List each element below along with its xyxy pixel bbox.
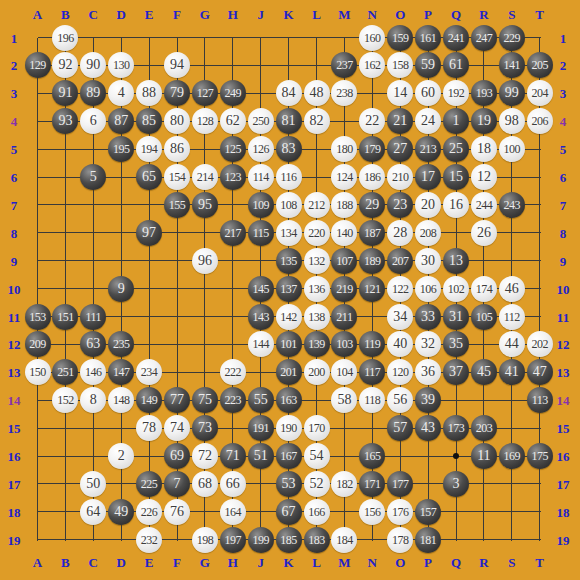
move-number: 147 (113, 366, 130, 378)
stone-N12[interactable]: 119 (359, 331, 385, 357)
col-label-top-D: D (116, 7, 125, 20)
stone-Q3[interactable]: 192 (443, 80, 469, 106)
stone-O3[interactable]: 14 (387, 80, 413, 106)
stone-G3[interactable]: 127 (192, 80, 218, 106)
stone-O1[interactable]: 159 (387, 25, 413, 51)
stone-K14[interactable]: 163 (276, 387, 302, 413)
row-label-left-7: 7 (11, 198, 18, 211)
stone-E3[interactable]: 88 (136, 80, 162, 106)
stone-B11[interactable]: 151 (52, 304, 78, 330)
stone-H19[interactable]: 197 (220, 527, 246, 553)
stone-M7[interactable]: 188 (331, 192, 357, 218)
stone-R4[interactable]: 19 (471, 108, 497, 134)
stone-S10[interactable]: 46 (499, 276, 525, 302)
move-number: 178 (392, 534, 409, 546)
stone-Q7[interactable]: 16 (443, 192, 469, 218)
stone-L9[interactable]: 132 (304, 248, 330, 274)
stone-M3[interactable]: 238 (331, 80, 357, 106)
col-label-top-C: C (89, 7, 98, 20)
stone-A11[interactable]: 153 (25, 304, 51, 330)
stone-A13[interactable]: 150 (25, 359, 51, 385)
stone-M12[interactable]: 103 (331, 331, 357, 357)
stone-R16[interactable]: 11 (471, 443, 497, 469)
stone-P12[interactable]: 32 (415, 331, 441, 357)
row-label-right-13: 13 (557, 366, 570, 379)
stone-M6[interactable]: 124 (331, 164, 357, 190)
stone-F17[interactable]: 7 (164, 471, 190, 497)
stone-Q10[interactable]: 102 (443, 276, 469, 302)
move-number: 103 (336, 338, 353, 350)
stone-P5[interactable]: 213 (415, 136, 441, 162)
stone-R13[interactable]: 45 (471, 359, 497, 385)
stone-O4[interactable]: 21 (387, 108, 413, 134)
stone-K18[interactable]: 67 (276, 499, 302, 525)
stone-E15[interactable]: 78 (136, 415, 162, 441)
stone-J12[interactable]: 144 (248, 331, 274, 357)
stone-T14[interactable]: 113 (527, 387, 553, 413)
stone-C4[interactable]: 6 (80, 108, 106, 134)
stone-P14[interactable]: 39 (415, 387, 441, 413)
stone-P18[interactable]: 157 (415, 499, 441, 525)
col-label-bottom-C: C (89, 555, 98, 568)
stone-T16[interactable]: 175 (527, 443, 553, 469)
stone-L16[interactable]: 54 (304, 443, 330, 469)
move-number: 119 (364, 338, 380, 350)
col-label-top-G: G (200, 7, 210, 20)
stone-A2[interactable]: 129 (25, 52, 51, 78)
stone-D12[interactable]: 235 (108, 331, 134, 357)
stone-P1[interactable]: 161 (415, 25, 441, 51)
stone-P8[interactable]: 208 (415, 220, 441, 246)
stone-C3[interactable]: 89 (80, 80, 106, 106)
stone-K19[interactable]: 185 (276, 527, 302, 553)
stone-J10[interactable]: 145 (248, 276, 274, 302)
stone-Q2[interactable]: 61 (443, 52, 469, 78)
stone-R11[interactable]: 105 (471, 304, 497, 330)
stone-K12[interactable]: 101 (276, 331, 302, 357)
stone-J8[interactable]: 115 (248, 220, 274, 246)
move-number: 206 (531, 115, 548, 127)
move-number: 154 (169, 171, 186, 183)
stone-N9[interactable]: 189 (359, 248, 385, 274)
move-number: 161 (420, 32, 437, 44)
stone-E18[interactable]: 226 (136, 499, 162, 525)
stone-R8[interactable]: 26 (471, 220, 497, 246)
stone-K3[interactable]: 84 (276, 80, 302, 106)
stone-L3[interactable]: 48 (304, 80, 330, 106)
go-board[interactable]: AABBCCDDEEFFGGHHJJKKLLMMNNOOPPQQRRSSTT11… (0, 0, 580, 580)
stone-K6[interactable]: 116 (276, 164, 302, 190)
stone-P10[interactable]: 106 (415, 276, 441, 302)
stone-D14[interactable]: 148 (108, 387, 134, 413)
stone-O11[interactable]: 34 (387, 304, 413, 330)
move-number: 235 (113, 338, 130, 350)
stone-R1[interactable]: 247 (471, 25, 497, 51)
stone-K8[interactable]: 134 (276, 220, 302, 246)
stone-K16[interactable]: 167 (276, 443, 302, 469)
stone-J6[interactable]: 114 (248, 164, 274, 190)
stone-O13[interactable]: 120 (387, 359, 413, 385)
stone-Q1[interactable]: 241 (443, 25, 469, 51)
stone-M17[interactable]: 182 (331, 471, 357, 497)
stone-E19[interactable]: 232 (136, 527, 162, 553)
stone-O14[interactable]: 56 (387, 387, 413, 413)
stone-G9[interactable]: 96 (192, 248, 218, 274)
stone-G19[interactable]: 198 (192, 527, 218, 553)
row-label-left-13: 13 (8, 366, 21, 379)
stone-F15[interactable]: 74 (164, 415, 190, 441)
stone-Q12[interactable]: 35 (443, 331, 469, 357)
stone-O7[interactable]: 23 (387, 192, 413, 218)
move-number: 209 (29, 338, 46, 350)
stone-J19[interactable]: 199 (248, 527, 274, 553)
move-number: 35 (449, 337, 463, 351)
stone-P13[interactable]: 36 (415, 359, 441, 385)
stone-E14[interactable]: 149 (136, 387, 162, 413)
stone-D5[interactable]: 195 (108, 136, 134, 162)
stone-N7[interactable]: 29 (359, 192, 385, 218)
move-number: 163 (280, 394, 297, 406)
stone-A12[interactable]: 209 (25, 331, 51, 357)
stone-N8[interactable]: 187 (359, 220, 385, 246)
stone-P19[interactable]: 181 (415, 527, 441, 553)
stone-S5[interactable]: 100 (499, 136, 525, 162)
stone-C18[interactable]: 64 (80, 499, 106, 525)
stone-B14[interactable]: 152 (52, 387, 78, 413)
stone-F2[interactable]: 94 (164, 52, 190, 78)
move-number: 31 (449, 310, 463, 324)
move-number: 17 (421, 170, 435, 184)
stone-Q13[interactable]: 37 (443, 359, 469, 385)
move-number: 183 (308, 534, 325, 546)
stone-R3[interactable]: 193 (471, 80, 497, 106)
stone-L4[interactable]: 82 (304, 108, 330, 134)
stone-O12[interactable]: 40 (387, 331, 413, 357)
stone-Q4[interactable]: 1 (443, 108, 469, 134)
move-number: 123 (225, 171, 242, 183)
stone-G16[interactable]: 72 (192, 443, 218, 469)
move-number: 144 (252, 338, 269, 350)
stone-M5[interactable]: 180 (331, 136, 357, 162)
move-number: 75 (198, 393, 212, 407)
stone-G6[interactable]: 214 (192, 164, 218, 190)
col-label-top-R: R (479, 7, 488, 20)
stone-K4[interactable]: 81 (276, 108, 302, 134)
stone-F5[interactable]: 86 (164, 136, 190, 162)
stone-G4[interactable]: 128 (192, 108, 218, 134)
stone-R6[interactable]: 12 (471, 164, 497, 190)
stone-M11[interactable]: 211 (331, 304, 357, 330)
stone-J5[interactable]: 126 (248, 136, 274, 162)
stone-G7[interactable]: 95 (192, 192, 218, 218)
stone-F7[interactable]: 155 (164, 192, 190, 218)
move-number: 134 (280, 227, 297, 239)
stone-M8[interactable]: 140 (331, 220, 357, 246)
stone-Q6[interactable]: 15 (443, 164, 469, 190)
stone-F4[interactable]: 80 (164, 108, 190, 134)
stone-H6[interactable]: 123 (220, 164, 246, 190)
row-label-right-14: 14 (557, 394, 570, 407)
move-number: 157 (420, 506, 437, 518)
move-number: 21 (393, 114, 407, 128)
stone-N14[interactable]: 118 (359, 387, 385, 413)
stone-S4[interactable]: 98 (499, 108, 525, 134)
stone-P3[interactable]: 60 (415, 80, 441, 106)
col-label-bottom-B: B (61, 555, 70, 568)
move-number: 114 (253, 171, 269, 183)
stone-S16[interactable]: 169 (499, 443, 525, 469)
stone-Q17[interactable]: 3 (443, 471, 469, 497)
move-number: 101 (280, 338, 297, 350)
stone-H3[interactable]: 249 (220, 80, 246, 106)
stone-Q9[interactable]: 13 (443, 248, 469, 274)
stone-K15[interactable]: 190 (276, 415, 302, 441)
move-number: 106 (420, 283, 437, 295)
stone-N2[interactable]: 162 (359, 52, 385, 78)
stone-N16[interactable]: 165 (359, 443, 385, 469)
stone-D18[interactable]: 49 (108, 499, 134, 525)
stone-B4[interactable]: 93 (52, 108, 78, 134)
row-label-left-6: 6 (11, 171, 18, 184)
stone-J14[interactable]: 55 (248, 387, 274, 413)
stone-M9[interactable]: 107 (331, 248, 357, 274)
stone-R5[interactable]: 18 (471, 136, 497, 162)
stone-J7[interactable]: 109 (248, 192, 274, 218)
col-label-bottom-E: E (145, 555, 154, 568)
stone-L8[interactable]: 220 (304, 220, 330, 246)
move-number: 27 (393, 142, 407, 156)
stone-O15[interactable]: 57 (387, 415, 413, 441)
stone-E5[interactable]: 194 (136, 136, 162, 162)
row-label-left-17: 17 (8, 477, 21, 490)
stone-E13[interactable]: 234 (136, 359, 162, 385)
stone-O8[interactable]: 28 (387, 220, 413, 246)
move-number: 213 (420, 143, 437, 155)
stone-C2[interactable]: 90 (80, 52, 106, 78)
stone-R7[interactable]: 244 (471, 192, 497, 218)
stone-S1[interactable]: 229 (499, 25, 525, 51)
stone-D2[interactable]: 130 (108, 52, 134, 78)
stone-M19[interactable]: 184 (331, 527, 357, 553)
stone-J16[interactable]: 51 (248, 443, 274, 469)
stone-T2[interactable]: 205 (527, 52, 553, 78)
stone-B13[interactable]: 251 (52, 359, 78, 385)
stone-H16[interactable]: 71 (220, 443, 246, 469)
stone-F14[interactable]: 77 (164, 387, 190, 413)
move-number: 23 (393, 198, 407, 212)
move-number: 3 (453, 477, 460, 491)
col-label-bottom-K: K (284, 555, 294, 568)
stone-K11[interactable]: 142 (276, 304, 302, 330)
stone-N17[interactable]: 171 (359, 471, 385, 497)
stone-P15[interactable]: 43 (415, 415, 441, 441)
move-number: 142 (280, 311, 297, 323)
stone-E8[interactable]: 97 (136, 220, 162, 246)
stone-Q11[interactable]: 31 (443, 304, 469, 330)
stone-O9[interactable]: 207 (387, 248, 413, 274)
stone-S13[interactable]: 41 (499, 359, 525, 385)
stone-F18[interactable]: 76 (164, 499, 190, 525)
stone-P7[interactable]: 20 (415, 192, 441, 218)
stone-G17[interactable]: 68 (192, 471, 218, 497)
stone-K5[interactable]: 83 (276, 136, 302, 162)
stone-P4[interactable]: 24 (415, 108, 441, 134)
move-number: 59 (421, 58, 435, 72)
stone-N1[interactable]: 160 (359, 25, 385, 51)
stone-L11[interactable]: 138 (304, 304, 330, 330)
stone-D10[interactable]: 9 (108, 276, 134, 302)
move-number: 136 (308, 283, 325, 295)
move-number: 7 (174, 477, 181, 491)
stone-N5[interactable]: 179 (359, 136, 385, 162)
stone-T12[interactable]: 202 (527, 331, 553, 357)
move-number: 5 (90, 170, 97, 184)
stone-K13[interactable]: 201 (276, 359, 302, 385)
stone-O18[interactable]: 176 (387, 499, 413, 525)
move-number: 197 (225, 534, 242, 546)
stone-R15[interactable]: 203 (471, 415, 497, 441)
stone-L7[interactable]: 212 (304, 192, 330, 218)
stone-H5[interactable]: 125 (220, 136, 246, 162)
stone-C12[interactable]: 63 (80, 331, 106, 357)
move-number: 76 (170, 505, 184, 519)
stone-O5[interactable]: 27 (387, 136, 413, 162)
move-number: 14 (393, 86, 407, 100)
stone-M14[interactable]: 58 (331, 387, 357, 413)
stone-B2[interactable]: 92 (52, 52, 78, 78)
stone-Q5[interactable]: 25 (443, 136, 469, 162)
stone-H8[interactable]: 217 (220, 220, 246, 246)
move-number: 198 (197, 534, 214, 546)
stone-D4[interactable]: 87 (108, 108, 134, 134)
stone-O2[interactable]: 158 (387, 52, 413, 78)
stone-F3[interactable]: 79 (164, 80, 190, 106)
move-number: 217 (225, 227, 242, 239)
stone-T3[interactable]: 204 (527, 80, 553, 106)
row-label-right-12: 12 (557, 338, 570, 351)
stone-S3[interactable]: 99 (499, 80, 525, 106)
move-number: 129 (29, 59, 46, 71)
move-number: 122 (392, 283, 409, 295)
move-number: 251 (57, 366, 74, 378)
stone-N6[interactable]: 186 (359, 164, 385, 190)
stone-H4[interactable]: 62 (220, 108, 246, 134)
row-label-left-15: 15 (8, 422, 21, 435)
stone-N13[interactable]: 117 (359, 359, 385, 385)
stone-J11[interactable]: 143 (248, 304, 274, 330)
move-number: 64 (86, 505, 100, 519)
row-label-right-2: 2 (560, 59, 567, 72)
stone-E6[interactable]: 65 (136, 164, 162, 190)
stone-N4[interactable]: 22 (359, 108, 385, 134)
stone-K10[interactable]: 137 (276, 276, 302, 302)
stone-E4[interactable]: 85 (136, 108, 162, 134)
move-number: 159 (392, 32, 409, 44)
stone-P6[interactable]: 17 (415, 164, 441, 190)
stone-C6[interactable]: 5 (80, 164, 106, 190)
stone-P2[interactable]: 59 (415, 52, 441, 78)
row-label-right-10: 10 (557, 282, 570, 295)
stone-O6[interactable]: 210 (387, 164, 413, 190)
stone-S7[interactable]: 243 (499, 192, 525, 218)
row-label-right-15: 15 (557, 422, 570, 435)
stone-H14[interactable]: 223 (220, 387, 246, 413)
move-number: 189 (364, 255, 381, 267)
stone-H17[interactable]: 66 (220, 471, 246, 497)
stone-K9[interactable]: 135 (276, 248, 302, 274)
stone-Q15[interactable]: 173 (443, 415, 469, 441)
move-number: 229 (504, 32, 521, 44)
stone-C11[interactable]: 111 (80, 304, 106, 330)
move-number: 16 (449, 198, 463, 212)
stone-S2[interactable]: 141 (499, 52, 525, 78)
stone-G15[interactable]: 73 (192, 415, 218, 441)
row-label-right-7: 7 (560, 198, 567, 211)
stone-M10[interactable]: 219 (331, 276, 357, 302)
stone-F6[interactable]: 154 (164, 164, 190, 190)
stone-K17[interactable]: 53 (276, 471, 302, 497)
stone-M2[interactable]: 237 (331, 52, 357, 78)
move-number: 191 (252, 422, 269, 434)
stone-M13[interactable]: 104 (331, 359, 357, 385)
stone-P9[interactable]: 30 (415, 248, 441, 274)
stone-B3[interactable]: 91 (52, 80, 78, 106)
stone-R10[interactable]: 174 (471, 276, 497, 302)
stone-N18[interactable]: 156 (359, 499, 385, 525)
stone-L13[interactable]: 200 (304, 359, 330, 385)
col-label-top-L: L (312, 7, 321, 20)
stone-P11[interactable]: 33 (415, 304, 441, 330)
stone-D3[interactable]: 4 (108, 80, 134, 106)
stone-O17[interactable]: 177 (387, 471, 413, 497)
stone-T4[interactable]: 206 (527, 108, 553, 134)
stone-E17[interactable]: 225 (136, 471, 162, 497)
stone-C17[interactable]: 50 (80, 471, 106, 497)
stone-L19[interactable]: 183 (304, 527, 330, 553)
move-number: 83 (282, 142, 296, 156)
stone-O10[interactable]: 122 (387, 276, 413, 302)
stone-D16[interactable]: 2 (108, 443, 134, 469)
stone-L18[interactable]: 166 (304, 499, 330, 525)
stone-L17[interactable]: 52 (304, 471, 330, 497)
stone-L10[interactable]: 136 (304, 276, 330, 302)
stone-N10[interactable]: 121 (359, 276, 385, 302)
stone-O19[interactable]: 178 (387, 527, 413, 553)
move-number: 241 (448, 32, 465, 44)
stone-J15[interactable]: 191 (248, 415, 274, 441)
stone-J4[interactable]: 250 (248, 108, 274, 134)
stone-L12[interactable]: 139 (304, 331, 330, 357)
stone-S12[interactable]: 44 (499, 331, 525, 357)
stone-S11[interactable]: 112 (499, 304, 525, 330)
stone-K7[interactable]: 108 (276, 192, 302, 218)
move-number: 171 (364, 478, 381, 490)
move-number: 155 (169, 199, 186, 211)
col-label-top-O: O (395, 7, 405, 20)
move-number: 225 (141, 478, 158, 490)
stone-L15[interactable]: 170 (304, 415, 330, 441)
row-label-right-16: 16 (557, 450, 570, 463)
stone-D13[interactable]: 147 (108, 359, 134, 385)
stone-G14[interactable]: 75 (192, 387, 218, 413)
stone-F16[interactable]: 69 (164, 443, 190, 469)
stone-B1[interactable]: 196 (52, 25, 78, 51)
stone-C14[interactable]: 8 (80, 387, 106, 413)
stone-H13[interactable]: 222 (220, 359, 246, 385)
stone-T13[interactable]: 47 (527, 359, 553, 385)
stone-C13[interactable]: 146 (80, 359, 106, 385)
stone-H18[interactable]: 164 (220, 499, 246, 525)
